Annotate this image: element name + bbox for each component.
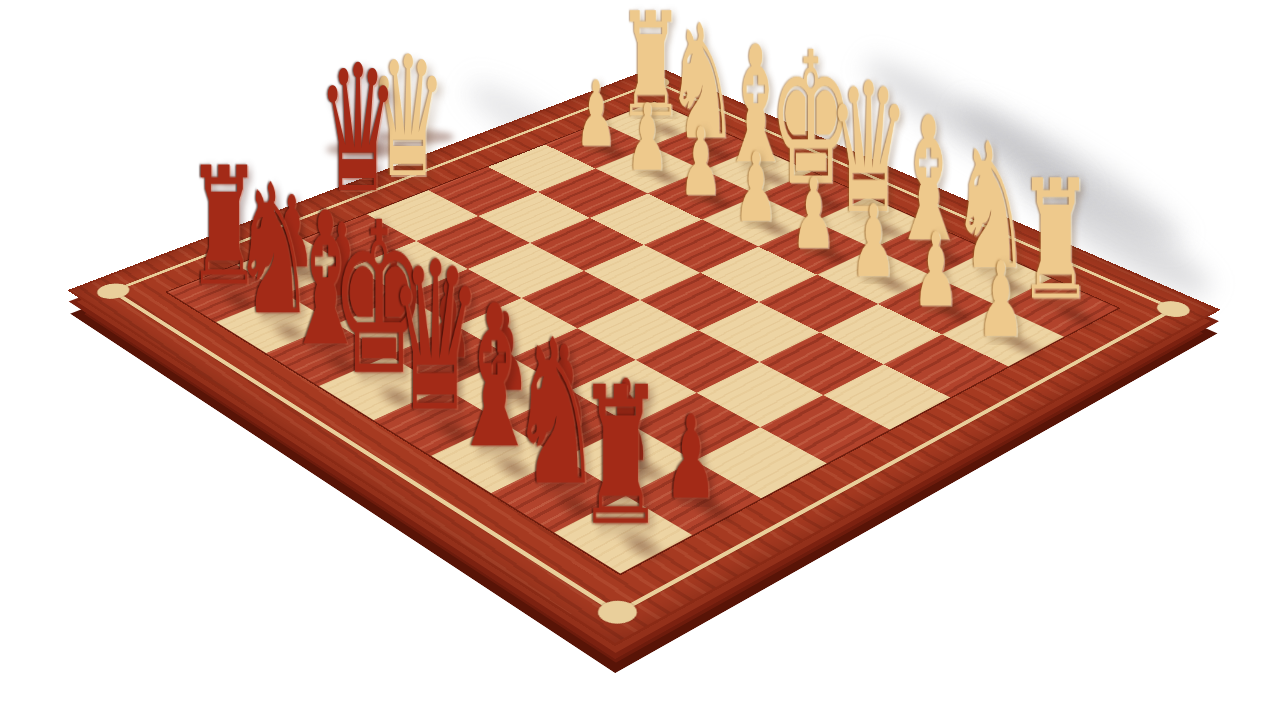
frame-corner-inlay [1150,298,1196,320]
piece-white-pawn: ♟ [851,192,896,292]
piece-white-pawn: ♟ [734,140,778,236]
piece-red-pawn: ♟ [664,400,717,515]
piece-white-pawn: ♟ [977,248,1024,352]
square [700,247,817,302]
piece-white-pawn: ♟ [912,219,958,321]
chess-board-3d: ♜♞♝♚♛♝♞♜♟♟♟♟♟♟♟♟♟♟♟♟♟♟♟♟♜♞♝♚♛♝♞♜ [67,66,1220,646]
piece-white-pawn: ♟ [575,69,616,160]
piece-white-pawn: ♟ [679,115,722,209]
piece-red-rook: ♜ [577,363,664,554]
board-grid: ♜♞♝♚♛♝♞♜♟♟♟♟♟♟♟♟♟♟♟♟♟♟♟♟♜♞♝♚♛♝♞♜ [168,102,1118,574]
frame-corner-inlay [590,596,645,628]
frame-corner-inlay [91,280,136,302]
board-frame: ♜♞♝♚♛♝♞♜♟♟♟♟♟♟♟♟♟♟♟♟♟♟♟♟♜♞♝♚♛♝♞♜ [67,66,1220,646]
piece-white-pawn: ♟ [791,165,836,263]
product-photo-scene: ♜♞♝♚♛♝♞♜♟♟♟♟♟♟♟♟♟♟♟♟♟♟♟♟♜♞♝♚♛♝♞♜ ♛ ♛ [0,0,1280,704]
piece-white-rook: ♜ [1018,159,1093,324]
square [884,335,1009,398]
piece-white-pawn: ♟ [626,92,668,184]
